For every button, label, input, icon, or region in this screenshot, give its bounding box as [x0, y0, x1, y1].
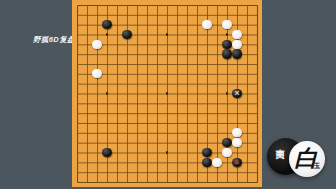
- logo-black-stone-text: 南天: [274, 142, 285, 144]
- white-stone: [222, 148, 231, 157]
- black-stone: [102, 148, 111, 157]
- black-stone: [102, 20, 111, 29]
- black-stone: [202, 158, 211, 167]
- white-stone: [222, 20, 231, 29]
- white-stone: [92, 69, 101, 78]
- review-title: 野狐6D复盘: [33, 35, 75, 45]
- logo-white-stone: 白 玉: [289, 141, 325, 177]
- cross-marker: ×: [235, 89, 240, 98]
- white-stone: [232, 128, 241, 137]
- black-stone: [232, 158, 241, 167]
- black-stone: ×: [232, 89, 241, 98]
- last-move-triangle-marker: [235, 159, 239, 164]
- white-stone: [92, 40, 101, 49]
- channel-logo: 南天 白 玉: [265, 136, 329, 181]
- stones-layer: ×: [72, 0, 262, 187]
- black-stone: [232, 49, 241, 58]
- white-stone: [232, 40, 241, 49]
- black-stone: [122, 30, 131, 39]
- white-stone: [202, 20, 211, 29]
- black-stone: [222, 49, 231, 58]
- white-stone: [232, 30, 241, 39]
- black-stone: [202, 148, 211, 157]
- go-board[interactable]: ×: [72, 0, 262, 187]
- black-stone: [222, 40, 231, 49]
- logo-white-stone-seal: 玉: [314, 162, 321, 171]
- video-frame: 野狐6D复盘 × 南天 白 玉: [0, 0, 336, 189]
- white-stone: [232, 138, 241, 147]
- black-stone: [222, 138, 231, 147]
- white-stone: [212, 158, 221, 167]
